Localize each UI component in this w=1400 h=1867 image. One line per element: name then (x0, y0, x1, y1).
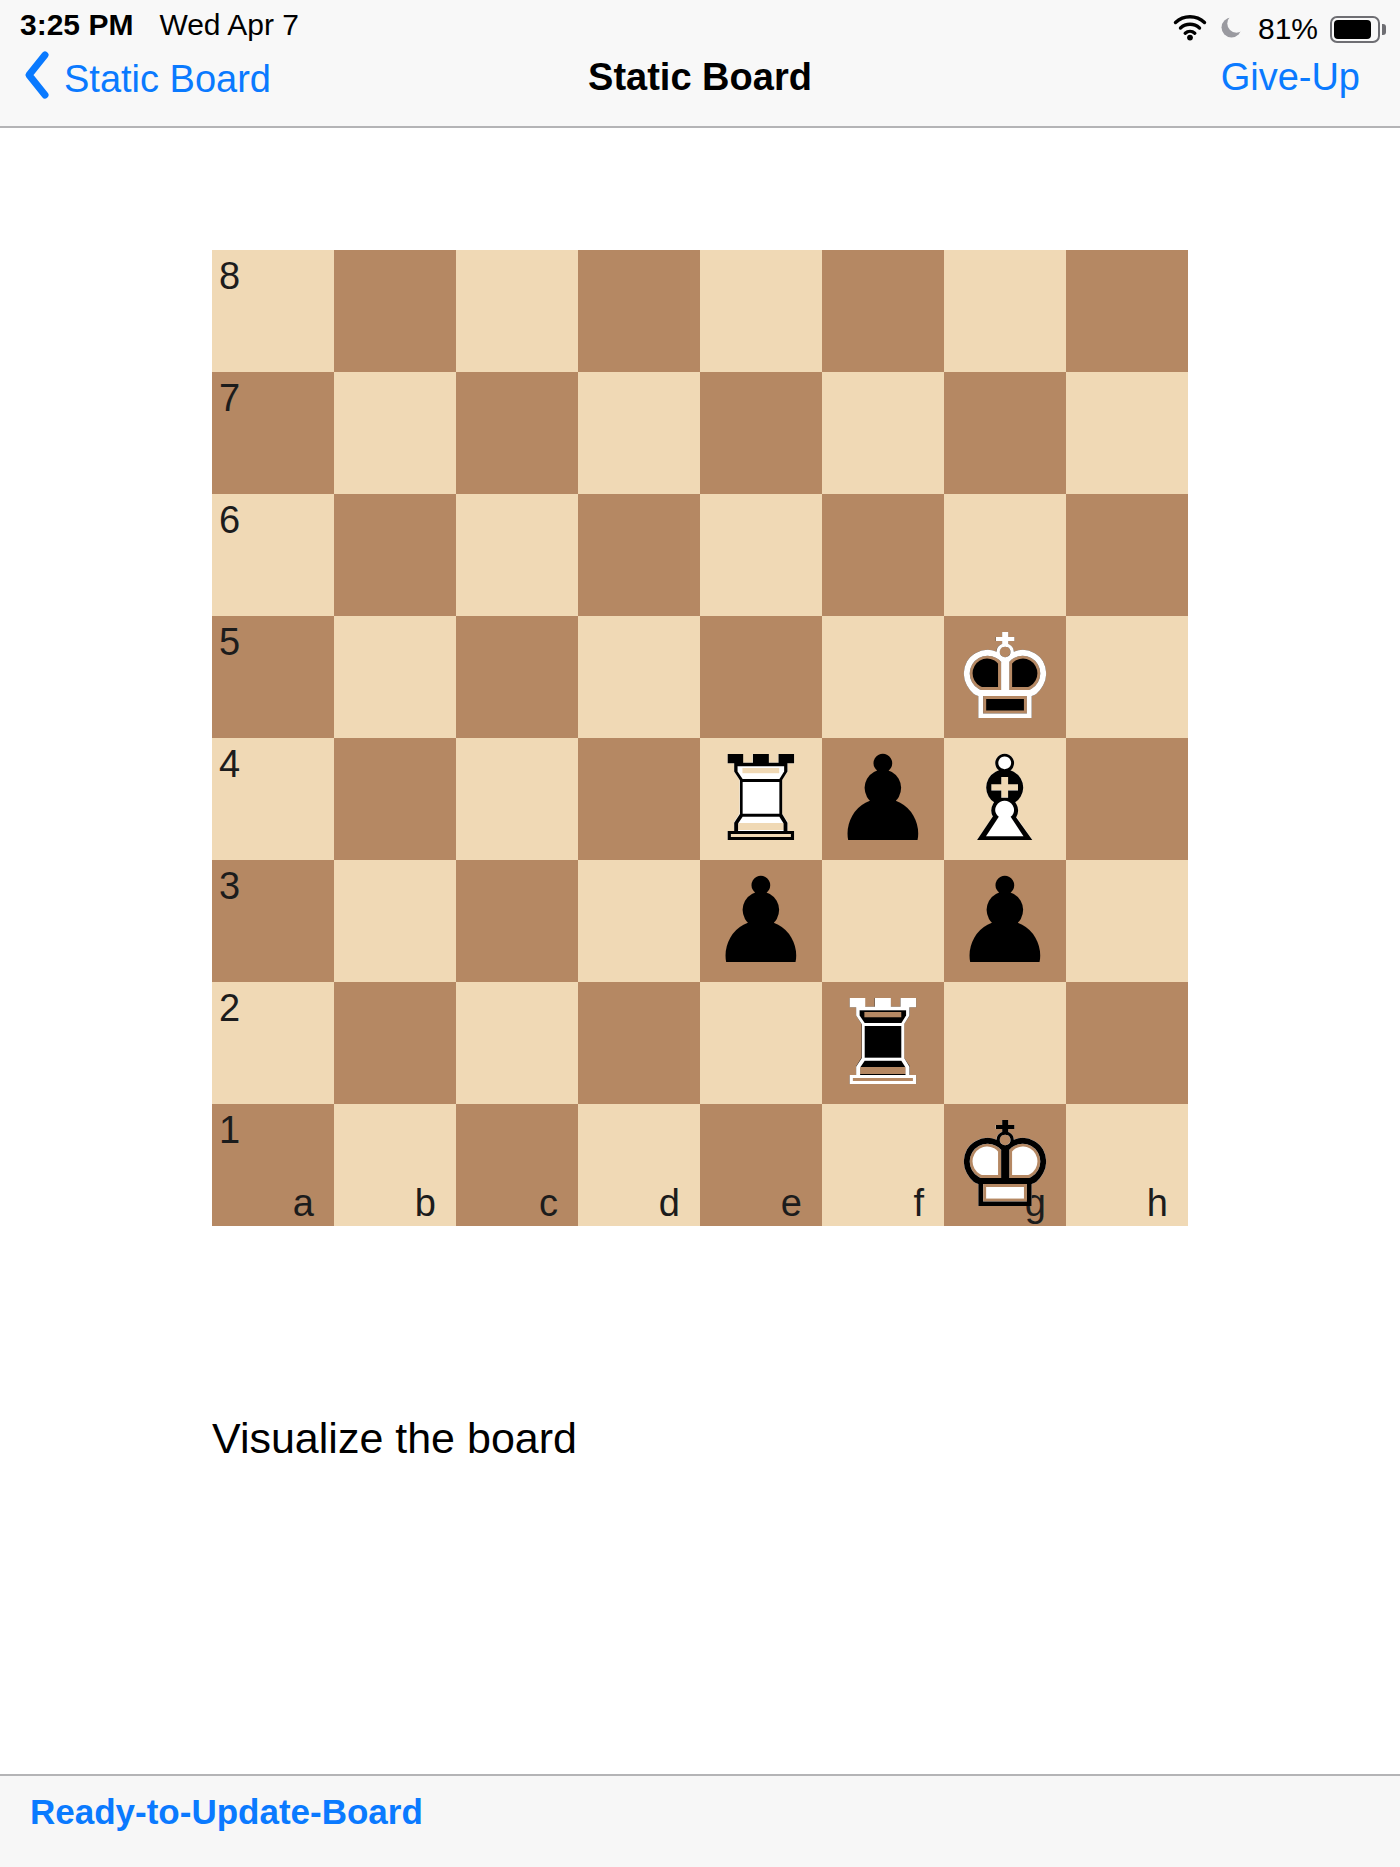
give-up-button[interactable]: Give-Up (1221, 56, 1360, 99)
square-g3: ♟ (944, 860, 1066, 982)
file-label-h: h (1147, 1184, 1168, 1222)
rank-label-2: 2 (219, 989, 240, 1027)
square-f4: ♟ (822, 738, 944, 860)
page-title: Static Board (0, 56, 1400, 99)
white-bishop-g4: ♝♗ (944, 738, 1066, 860)
square-f2: ♜♖ (822, 982, 944, 1104)
battery-icon (1330, 16, 1380, 43)
square-e1: e (700, 1104, 822, 1226)
status-nav-bar: 3:25 PM Wed Apr 7 81% (0, 0, 1400, 128)
status-date: Wed Apr 7 (159, 8, 299, 42)
square-b1: b (334, 1104, 456, 1226)
square-d3 (578, 860, 700, 982)
square-d1: d (578, 1104, 700, 1226)
square-h7 (1066, 372, 1188, 494)
black-pawn-g3: ♟ (944, 860, 1066, 982)
square-g5: ♚♔ (944, 616, 1066, 738)
square-c6 (456, 494, 578, 616)
square-f5 (822, 616, 944, 738)
rank-label-4: 4 (219, 745, 240, 783)
square-e4: ♜♖ (700, 738, 822, 860)
square-a2: 2 (212, 982, 334, 1104)
square-e3: ♟ (700, 860, 822, 982)
square-a1: 1a (212, 1104, 334, 1226)
square-f1: f (822, 1104, 944, 1226)
square-c7 (456, 372, 578, 494)
square-g4: ♝♗ (944, 738, 1066, 860)
clock-time: 3:25 PM (20, 8, 133, 42)
square-h2 (1066, 982, 1188, 1104)
black-king-g5: ♚♔ (944, 616, 1066, 738)
square-h3 (1066, 860, 1188, 982)
square-b4 (334, 738, 456, 860)
file-label-a: a (293, 1184, 314, 1222)
square-b3 (334, 860, 456, 982)
square-d5 (578, 616, 700, 738)
square-d2 (578, 982, 700, 1104)
square-f3 (822, 860, 944, 982)
square-h1: h (1066, 1104, 1188, 1226)
square-a4: 4 (212, 738, 334, 860)
black-rook-outline: ♖ (830, 984, 936, 1102)
rank-label-7: 7 (219, 379, 240, 417)
square-a3: 3 (212, 860, 334, 982)
square-h6 (1066, 494, 1188, 616)
chess-board: 8765♚♔4♜♖♟♝♗3♟♟2♜♖1abcdefg♚♔h (212, 250, 1188, 1226)
board-caption: Visualize the board (212, 1414, 577, 1463)
square-e6 (700, 494, 822, 616)
square-b8 (334, 250, 456, 372)
file-label-e: e (781, 1184, 802, 1222)
square-b5 (334, 616, 456, 738)
square-g2 (944, 982, 1066, 1104)
square-e2 (700, 982, 822, 1104)
square-a6: 6 (212, 494, 334, 616)
square-g1: g♚♔ (944, 1104, 1066, 1226)
rank-label-5: 5 (219, 623, 240, 661)
ready-to-update-board-button[interactable]: Ready-to-Update-Board (30, 1792, 423, 1832)
square-c3 (456, 860, 578, 982)
white-king-g1: ♚♔ (944, 1104, 1066, 1226)
moon-icon (1219, 14, 1246, 45)
file-label-f: f (913, 1184, 924, 1222)
file-label-d: d (659, 1184, 680, 1222)
rank-label-3: 3 (219, 867, 240, 905)
black-pawn-glyph: ♟ (952, 862, 1058, 980)
square-c5 (456, 616, 578, 738)
square-c1: c (456, 1104, 578, 1226)
square-a8: 8 (212, 250, 334, 372)
black-pawn-glyph: ♟ (708, 862, 814, 980)
square-e7 (700, 372, 822, 494)
battery-percent: 81% (1258, 12, 1318, 46)
battery-nub (1382, 24, 1386, 35)
rank-label-8: 8 (219, 257, 240, 295)
square-d6 (578, 494, 700, 616)
white-bishop-outline: ♗ (952, 740, 1058, 858)
square-d7 (578, 372, 700, 494)
square-e8 (700, 250, 822, 372)
square-d8 (578, 250, 700, 372)
square-g8 (944, 250, 1066, 372)
rank-label-1: 1 (219, 1111, 240, 1149)
black-pawn-f4: ♟ (822, 738, 944, 860)
wifi-icon (1173, 14, 1207, 45)
status-right: 81% (1173, 12, 1388, 46)
square-f7 (822, 372, 944, 494)
square-g6 (944, 494, 1066, 616)
square-h5 (1066, 616, 1188, 738)
rank-label-6: 6 (219, 501, 240, 539)
square-e5 (700, 616, 822, 738)
white-rook-e4: ♜♖ (700, 738, 822, 860)
status-left: 3:25 PM Wed Apr 7 (20, 8, 299, 42)
square-g7 (944, 372, 1066, 494)
square-d4 (578, 738, 700, 860)
black-rook-f2: ♜♖ (822, 982, 944, 1104)
square-c8 (456, 250, 578, 372)
black-king-outline: ♔ (952, 618, 1058, 736)
bottom-toolbar: Ready-to-Update-Board (0, 1774, 1400, 1867)
square-b7 (334, 372, 456, 494)
square-h4 (1066, 738, 1188, 860)
battery-fill (1334, 20, 1371, 39)
black-pawn-glyph: ♟ (830, 740, 936, 858)
square-f8 (822, 250, 944, 372)
white-king-outline: ♔ (952, 1106, 1058, 1224)
square-b2 (334, 982, 456, 1104)
square-h8 (1066, 250, 1188, 372)
file-label-b: b (415, 1184, 436, 1222)
square-a5: 5 (212, 616, 334, 738)
square-b6 (334, 494, 456, 616)
file-label-c: c (539, 1184, 558, 1222)
black-pawn-e3: ♟ (700, 860, 822, 982)
white-rook-outline: ♖ (708, 740, 814, 858)
square-a7: 7 (212, 372, 334, 494)
square-f6 (822, 494, 944, 616)
square-c2 (456, 982, 578, 1104)
square-c4 (456, 738, 578, 860)
